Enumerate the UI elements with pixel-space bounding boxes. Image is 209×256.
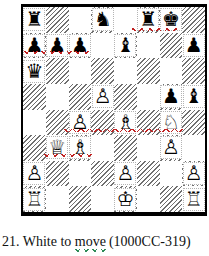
square-f1 xyxy=(137,186,160,212)
red-squiggle-rank4 xyxy=(64,129,183,132)
square-d7 xyxy=(91,33,114,59)
white-pawn: ♙ xyxy=(160,136,182,159)
square-d2 xyxy=(91,161,114,187)
square-f5 xyxy=(137,84,160,110)
square-g2 xyxy=(160,161,183,187)
black-bishop: ♝ xyxy=(183,85,205,108)
square-a1: ♖ xyxy=(23,186,46,212)
square-e3 xyxy=(114,135,137,161)
square-a5 xyxy=(23,84,46,110)
white-pawn: ♙ xyxy=(92,85,114,108)
square-d3 xyxy=(91,135,114,161)
caption: 21. White to move(1000CC-319) xyxy=(2,234,191,250)
black-queen: ♛ xyxy=(23,60,45,83)
square-h6 xyxy=(182,58,205,84)
black-bishop: ♝ xyxy=(114,34,136,57)
square-a8: ♜ xyxy=(23,7,46,33)
square-e1: ♔ xyxy=(114,186,137,212)
white-rook: ♖ xyxy=(183,188,205,211)
square-d8: ♞ xyxy=(91,7,114,33)
white-pawn: ♙ xyxy=(114,162,136,185)
red-squiggle-f8-g8 xyxy=(132,28,177,31)
chess-diagram-page: ♜♞♜♚♟♟♟♝♟♛♙♟♝♙♗♘♕♗♙♙♙♙♖♔♖ 21. White to m… xyxy=(0,0,209,256)
chess-board: ♜♞♜♚♟♟♟♝♟♛♙♟♝♙♗♘♕♗♙♙♙♙♖♔♖ xyxy=(21,4,207,216)
square-c8 xyxy=(69,7,92,33)
square-b1 xyxy=(46,186,69,212)
caption-word-move: move xyxy=(75,234,106,252)
square-f2 xyxy=(137,161,160,187)
square-h3 xyxy=(182,135,205,161)
square-e2: ♙ xyxy=(114,161,137,187)
square-c7: ♟ xyxy=(69,33,92,59)
square-h5: ♝ xyxy=(182,84,205,110)
square-b6 xyxy=(46,58,69,84)
black-rook: ♜ xyxy=(23,8,45,31)
square-b8 xyxy=(46,7,69,33)
square-f7 xyxy=(137,33,160,59)
square-a7: ♟ xyxy=(23,33,46,59)
caption-source-code: (1000CC-319) xyxy=(109,234,191,249)
white-pawn: ♙ xyxy=(183,162,205,185)
square-d5: ♙ xyxy=(91,84,114,110)
square-c2 xyxy=(69,161,92,187)
white-pawn: ♙ xyxy=(23,162,45,185)
square-d1 xyxy=(91,186,114,212)
square-e6 xyxy=(114,58,137,84)
square-h4 xyxy=(182,110,205,136)
square-f6 xyxy=(137,58,160,84)
square-a4 xyxy=(23,110,46,136)
square-b5 xyxy=(46,84,69,110)
square-e5 xyxy=(114,84,137,110)
black-knight: ♞ xyxy=(92,8,114,31)
square-d6 xyxy=(91,58,114,84)
square-g7 xyxy=(160,33,183,59)
square-g3: ♙ xyxy=(160,135,183,161)
square-g5: ♟ xyxy=(160,84,183,110)
board-grid: ♜♞♜♚♟♟♟♝♟♛♙♟♝♙♗♘♕♗♙♙♙♙♖♔♖ xyxy=(23,7,205,212)
square-c5 xyxy=(69,84,92,110)
white-rook: ♖ xyxy=(23,188,45,211)
square-g1 xyxy=(160,186,183,212)
square-b2 xyxy=(46,161,69,187)
square-a2: ♙ xyxy=(23,161,46,187)
square-a3 xyxy=(23,135,46,161)
square-e7: ♝ xyxy=(114,33,137,59)
square-c6 xyxy=(69,58,92,84)
square-b7: ♟ xyxy=(46,33,69,59)
square-g6 xyxy=(160,58,183,84)
square-a6: ♛ xyxy=(23,58,46,84)
red-squiggle-a7-c7 xyxy=(24,51,89,54)
square-h8 xyxy=(182,7,205,33)
red-squiggle-b3-c3 xyxy=(44,154,92,157)
square-h2: ♙ xyxy=(182,161,205,187)
square-f3 xyxy=(137,135,160,161)
square-c1 xyxy=(69,186,92,212)
square-h1: ♖ xyxy=(182,186,205,212)
white-king: ♔ xyxy=(114,188,136,211)
caption-prefix: 21. White to xyxy=(2,234,75,249)
square-h7: ♟ xyxy=(182,33,205,59)
black-pawn: ♟ xyxy=(183,34,205,57)
black-pawn: ♟ xyxy=(160,85,182,108)
